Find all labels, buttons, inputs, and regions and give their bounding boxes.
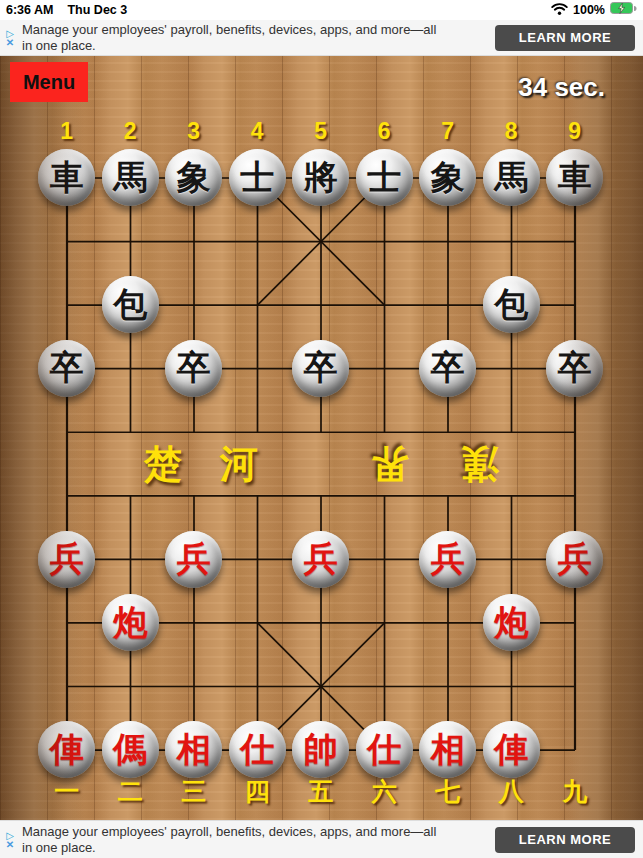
ad-close-icon[interactable]: ✕ (6, 38, 14, 47)
column-label: 七 (416, 776, 480, 806)
piece-character: 卒 (50, 350, 84, 384)
piece-black-士[interactable]: 士 (356, 149, 413, 206)
ad-close-icon[interactable]: ✕ (6, 840, 14, 849)
piece-character: 兵 (431, 541, 465, 575)
piece-red-俥[interactable]: 俥 (483, 721, 540, 778)
column-label: 四 (226, 776, 290, 806)
piece-red-兵[interactable]: 兵 (292, 531, 349, 588)
piece-character: 卒 (177, 350, 211, 384)
piece-red-帥[interactable]: 帥 (292, 721, 349, 778)
piece-character: 車 (558, 160, 592, 194)
piece-red-兵[interactable]: 兵 (419, 531, 476, 588)
piece-red-兵[interactable]: 兵 (38, 531, 95, 588)
column-label: 二 (99, 776, 163, 806)
ad-text-line1: Manage your employees' payroll, benefits… (22, 22, 491, 38)
piece-red-傌[interactable]: 傌 (102, 721, 159, 778)
ad-text: Manage your employees' payroll, benefits… (22, 824, 491, 855)
xiangqi-game-area: Menu 34 sec. 123456789 車馬象士將士象馬車包包卒卒卒卒卒兵… (0, 56, 643, 820)
piece-black-車[interactable]: 車 (546, 149, 603, 206)
column-label: 6 (353, 117, 417, 145)
status-bar: 6:36 AM Thu Dec 3 100% (0, 0, 643, 20)
piece-character: 卒 (431, 350, 465, 384)
piece-red-相[interactable]: 相 (419, 721, 476, 778)
ad-text: Manage your employees' payroll, benefits… (22, 22, 491, 53)
column-label: 9 (543, 117, 607, 145)
piece-black-卒[interactable]: 卒 (38, 340, 95, 397)
ad-text-line1: Manage your employees' payroll, benefits… (22, 824, 491, 840)
piece-character: 卒 (304, 350, 338, 384)
piece-black-象[interactable]: 象 (165, 149, 222, 206)
ad-text-line2: in one place. (22, 840, 491, 856)
column-label: 3 (162, 117, 226, 145)
piece-character: 兵 (558, 541, 592, 575)
battery-percent: 100% (573, 3, 605, 17)
piece-red-兵[interactable]: 兵 (165, 531, 222, 588)
piece-character: 兵 (304, 541, 338, 575)
column-label: 八 (480, 776, 544, 806)
column-label: 5 (289, 117, 353, 145)
piece-character: 相 (431, 732, 465, 766)
learn-more-button[interactable]: LEARN MORE (495, 827, 635, 853)
ad-banner-top[interactable]: ▷ ✕ Manage your employees' payroll, bene… (0, 20, 643, 56)
piece-character: 包 (113, 287, 147, 321)
piece-character: 象 (431, 160, 465, 194)
piece-black-包[interactable]: 包 (102, 276, 159, 333)
wifi-icon (551, 3, 568, 18)
piece-character: 包 (494, 287, 528, 321)
column-label: 4 (226, 117, 290, 145)
piece-black-馬[interactable]: 馬 (483, 149, 540, 206)
piece-character: 相 (177, 732, 211, 766)
piece-red-相[interactable]: 相 (165, 721, 222, 778)
column-label: 九 (543, 776, 607, 806)
piece-red-兵[interactable]: 兵 (546, 531, 603, 588)
status-date: Thu Dec 3 (67, 3, 127, 17)
column-label: 2 (99, 117, 163, 145)
board-bottom-labels: 一二三四五六七八九 (35, 776, 607, 806)
piece-character: 炮 (494, 605, 528, 639)
timer-display: 34 sec. (518, 72, 605, 103)
column-label: 1 (35, 117, 99, 145)
piece-character: 仕 (367, 732, 401, 766)
column-label: 六 (353, 776, 417, 806)
column-label: 7 (416, 117, 480, 145)
piece-character: 傌 (113, 732, 147, 766)
piece-character: 炮 (113, 605, 147, 639)
piece-black-車[interactable]: 車 (38, 149, 95, 206)
piece-character: 俥 (494, 732, 528, 766)
piece-black-卒[interactable]: 卒 (419, 340, 476, 397)
piece-character: 車 (50, 160, 84, 194)
board-top-labels: 123456789 (35, 117, 607, 145)
menu-button[interactable]: Menu (10, 62, 88, 102)
piece-red-炮[interactable]: 炮 (102, 594, 159, 651)
piece-black-卒[interactable]: 卒 (292, 340, 349, 397)
piece-red-炮[interactable]: 炮 (483, 594, 540, 651)
piece-character: 士 (240, 160, 274, 194)
column-label: 五 (289, 776, 353, 806)
battery-icon (610, 2, 637, 18)
piece-character: 帥 (304, 732, 338, 766)
piece-character: 兵 (50, 541, 84, 575)
piece-character: 仕 (240, 732, 274, 766)
column-label: 8 (480, 117, 544, 145)
piece-red-俥[interactable]: 俥 (38, 721, 95, 778)
status-time: 6:36 AM (6, 3, 53, 17)
piece-character: 將 (304, 160, 338, 194)
piece-black-將[interactable]: 將 (292, 149, 349, 206)
piece-black-馬[interactable]: 馬 (102, 149, 159, 206)
piece-black-象[interactable]: 象 (419, 149, 476, 206)
piece-character: 馬 (113, 160, 147, 194)
piece-character: 兵 (177, 541, 211, 575)
piece-character: 士 (367, 160, 401, 194)
piece-black-包[interactable]: 包 (483, 276, 540, 333)
piece-character: 俥 (50, 732, 84, 766)
column-label: 一 (35, 776, 99, 806)
piece-red-仕[interactable]: 仕 (356, 721, 413, 778)
piece-character: 馬 (494, 160, 528, 194)
piece-character: 象 (177, 160, 211, 194)
ad-text-line2: in one place. (22, 38, 491, 54)
piece-black-卒[interactable]: 卒 (165, 340, 222, 397)
piece-red-仕[interactable]: 仕 (229, 721, 286, 778)
column-label: 三 (162, 776, 226, 806)
learn-more-button[interactable]: LEARN MORE (495, 25, 635, 51)
piece-character: 卒 (558, 350, 592, 384)
piece-black-卒[interactable]: 卒 (546, 340, 603, 397)
xiangqi-board[interactable]: 車馬象士將士象馬車包包卒卒卒卒卒兵兵兵兵兵炮炮俥傌相仕帥仕相俥 (35, 146, 607, 782)
piece-black-士[interactable]: 士 (229, 149, 286, 206)
ad-banner-bottom[interactable]: ▷ ✕ Manage your employees' payroll, bene… (0, 820, 643, 858)
